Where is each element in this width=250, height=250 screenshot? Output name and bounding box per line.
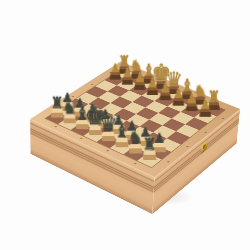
product-photo-chess-set: ♜♟♞♟♝♟♚♟♛♟♝♟♟♞♜♟♟♜♞♟♟♝♟♚♟♛♟♝♟♞♟♜ xyxy=(0,0,250,250)
scene: ♜♟♞♟♝♟♚♟♛♟♝♟♟♞♜♟♟♜♞♟♟♝♟♚♟♛♟♝♟♞♟♜ xyxy=(0,0,250,250)
black-rook-glyph: ♜ xyxy=(142,136,156,152)
brass-latch-icon[interactable] xyxy=(201,141,208,154)
chess-box: ♜♟♞♟♝♟♚♟♛♟♝♟♟♞♜♟♟♜♞♟♟♝♟♚♟♛♟♝♟♞♟♜ xyxy=(30,61,240,177)
piece-base xyxy=(199,109,211,117)
piece-base xyxy=(142,150,156,160)
